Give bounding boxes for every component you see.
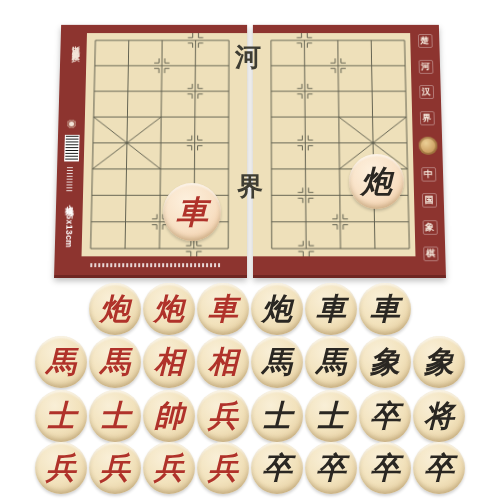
spec-text: 规格：35x13cm — [63, 200, 76, 248]
board-right-border: 楚 河 汉 界 中 国 象 棋 — [410, 25, 446, 275]
tray-piece-black: 象 — [413, 336, 465, 388]
tray-row-2: 馬馬相相馬馬象象 — [0, 336, 500, 388]
tray-piece-black: 卒 — [305, 442, 357, 494]
piece-character: 兵 — [100, 453, 130, 483]
tray-row-3: 士士帥兵士士卒将 — [0, 390, 500, 442]
tray-piece-black: 車 — [359, 283, 411, 335]
piece-character: 車 — [370, 294, 400, 324]
board-piece-red-chariot: 車 — [163, 183, 221, 241]
board-grid-right — [253, 33, 416, 256]
tray-piece-red: 帥 — [143, 390, 195, 442]
piece-character: 炮 — [262, 294, 292, 324]
piece-character: 士 — [100, 401, 130, 431]
seal-character: 棋 — [423, 247, 438, 262]
piece-character: 馬 — [100, 347, 130, 377]
piece-character: 帥 — [154, 401, 184, 431]
tray-piece-red: 相 — [197, 336, 249, 388]
piece-character: 馬 — [316, 347, 346, 377]
tray-piece-red: 炮 — [143, 283, 195, 335]
board-piece-black-cannon: 炮 — [349, 154, 404, 209]
tray-piece-black: 士 — [305, 390, 357, 442]
piece-character: 士 — [262, 401, 292, 431]
piece-character: 象 — [424, 347, 454, 377]
tray-piece-black: 馬 — [305, 336, 357, 388]
seal-character: 国 — [421, 193, 436, 207]
tray-row-1: 炮炮車炮車車 — [0, 283, 500, 335]
tray-piece-black: 馬 — [251, 336, 303, 388]
piece-character: 卒 — [370, 453, 400, 483]
tray-piece-black: 卒 — [413, 442, 465, 494]
tray-piece-red: 馬 — [35, 336, 87, 388]
tray-piece-black: 卒 — [359, 390, 411, 442]
piece-character: 馬 — [262, 347, 292, 377]
seal-character: 楚 — [417, 34, 432, 48]
piece-character: 兵 — [208, 401, 238, 431]
fine-print-line — [90, 263, 222, 267]
seal-character: 汉 — [419, 85, 434, 99]
tray-piece-red: 兵 — [35, 442, 87, 494]
seal-character: 象 — [422, 220, 437, 235]
tray-piece-red: 兵 — [143, 442, 195, 494]
piece-character: 炮 — [100, 294, 130, 324]
maker-name-text: 浙江武义竹象棋厂 — [69, 40, 80, 51]
piece-character: 馬 — [46, 347, 76, 377]
tray-piece-black: 卒 — [251, 442, 303, 494]
board-right-field — [253, 33, 416, 256]
tray-piece-red: 車 — [197, 283, 249, 335]
piece-character: 兵 — [208, 453, 238, 483]
tray-piece-red: 馬 — [89, 336, 141, 388]
tray-piece-red: 兵 — [197, 442, 249, 494]
barcode — [64, 135, 79, 162]
tray-piece-red: 士 — [89, 390, 141, 442]
tray-piece-red: 兵 — [89, 442, 141, 494]
tray-piece-black: 将 — [413, 390, 465, 442]
river-label-he: 河 — [233, 43, 263, 73]
seal-character: 中 — [421, 167, 436, 181]
gold-seal-icon — [418, 137, 437, 155]
seal-character: 河 — [418, 59, 433, 73]
river-label-jie: 界 — [235, 172, 265, 202]
piece-character: 象 — [370, 347, 400, 377]
piece-character: 車 — [208, 294, 238, 324]
tray-piece-red: 炮 — [89, 283, 141, 335]
piece-character: 車 — [316, 294, 346, 324]
board-left-half: 浙江武义竹象棋厂 规格：35x13cm — [54, 25, 247, 278]
barcode-number-text — [66, 167, 73, 192]
piece-character: 将 — [424, 401, 454, 431]
tray-piece-black: 象 — [359, 336, 411, 388]
tray-piece-red: 士 — [35, 390, 87, 442]
maker-emblem-icon — [67, 120, 76, 128]
tray-piece-black: 士 — [251, 390, 303, 442]
piece-character: 炮 — [154, 294, 184, 324]
piece-character: 士 — [46, 401, 76, 431]
tray-piece-black: 車 — [305, 283, 357, 335]
piece-character: 相 — [154, 347, 184, 377]
tray-piece-red: 相 — [143, 336, 195, 388]
board-right-half: 楚 河 汉 界 中 国 象 棋 — [253, 25, 446, 278]
piece-character: 卒 — [316, 453, 346, 483]
seal-character: 界 — [419, 111, 434, 125]
tray-row-4: 兵兵兵兵卒卒卒卒 — [0, 442, 500, 494]
tray-piece-red: 兵 — [197, 390, 249, 442]
piece-character: 士 — [316, 401, 346, 431]
piece-character: 相 — [208, 347, 238, 377]
piece-character: 兵 — [154, 453, 184, 483]
piece-character: 卒 — [424, 453, 454, 483]
piece-character: 卒 — [370, 401, 400, 431]
tray-piece-black: 炮 — [251, 283, 303, 335]
tray-piece-black: 卒 — [359, 442, 411, 494]
piece-character: 兵 — [46, 453, 76, 483]
piece-character: 卒 — [262, 453, 292, 483]
